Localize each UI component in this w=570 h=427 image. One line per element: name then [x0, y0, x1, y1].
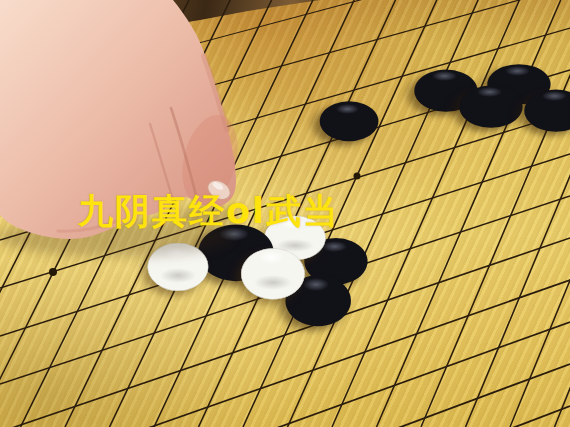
- go-photo-scene: ●●●●●●●●●●● 九阴真经ol武当: [0, 0, 570, 427]
- caption-text: 九阴真经ol武当: [78, 194, 340, 229]
